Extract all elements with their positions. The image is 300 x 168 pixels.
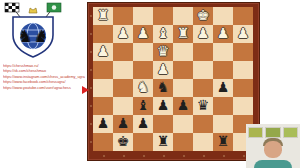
square-b6[interactable] <box>213 97 233 115</box>
square-c7[interactable] <box>193 115 213 133</box>
square-g1[interactable] <box>113 7 133 25</box>
square-g4[interactable] <box>113 61 133 79</box>
white-pawn[interactable]: ♟ <box>113 25 133 42</box>
square-d2[interactable]: ♜ <box>173 25 193 43</box>
square-h8[interactable] <box>93 133 113 151</box>
square-b2[interactable]: ♟ <box>213 25 233 43</box>
square-d7[interactable] <box>173 115 193 133</box>
square-f1[interactable] <box>133 7 153 25</box>
square-d1[interactable] <box>173 7 193 25</box>
square-d3[interactable] <box>173 43 193 61</box>
social-links: https://chesshmao.ru/https://vk.com/ches… <box>3 63 91 91</box>
black-pawn[interactable]: ♟ <box>153 97 173 114</box>
wall-picture <box>265 127 280 138</box>
square-f6[interactable]: ♝ <box>133 97 153 115</box>
white-rook[interactable]: ♜ <box>173 25 193 42</box>
square-e3[interactable]: ♛ <box>153 43 173 61</box>
black-king[interactable]: ♚ <box>113 133 133 150</box>
board-grid: ♜♚♟♟♝♜♟♟♟♟♛♟♞♞♟♝♟♟♛♟♟♟♚♜♜ <box>93 7 253 151</box>
black-bishop[interactable]: ♝ <box>133 97 153 114</box>
square-g3[interactable] <box>113 43 133 61</box>
chess-board: ♜♚♟♟♝♜♟♟♟♟♛♟♞♞♟♝♟♟♛♟♟♟♚♜♜ <box>87 2 260 161</box>
square-f2[interactable]: ♟ <box>133 25 153 43</box>
square-c1[interactable]: ♚ <box>193 7 213 25</box>
square-f3[interactable] <box>133 43 153 61</box>
black-pawn[interactable]: ♟ <box>213 79 233 96</box>
square-h2[interactable] <box>93 25 113 43</box>
rank-coordinates <box>89 7 92 151</box>
square-e1[interactable] <box>153 7 173 25</box>
square-b3[interactable] <box>213 43 233 61</box>
square-b1[interactable] <box>213 7 233 25</box>
white-pawn[interactable]: ♟ <box>153 61 173 78</box>
square-a4[interactable] <box>233 61 253 79</box>
white-pawn[interactable]: ♟ <box>133 25 153 42</box>
white-queen[interactable]: ♛ <box>153 43 173 60</box>
green-flag <box>47 3 61 12</box>
square-c6[interactable]: ♛ <box>193 97 213 115</box>
black-knight-icon: ♞ <box>33 26 48 46</box>
black-rook[interactable]: ♜ <box>213 133 233 150</box>
black-pawn[interactable]: ♟ <box>93 115 113 132</box>
square-b4[interactable] <box>213 61 233 79</box>
red-pointer-icon <box>82 86 89 94</box>
square-b7[interactable] <box>213 115 233 133</box>
square-a5[interactable] <box>233 79 253 97</box>
square-d5[interactable] <box>173 79 193 97</box>
square-d8[interactable] <box>173 133 193 151</box>
square-e8[interactable]: ♜ <box>153 133 173 151</box>
square-a3[interactable] <box>233 43 253 61</box>
square-c3[interactable] <box>193 43 213 61</box>
club-logo: ♞ ♞ <box>3 1 63 61</box>
black-pawn[interactable]: ♟ <box>113 115 133 132</box>
black-knight[interactable]: ♞ <box>153 79 173 96</box>
square-h7[interactable]: ♟ <box>93 115 113 133</box>
square-h1[interactable]: ♜ <box>93 7 113 25</box>
square-g7[interactable]: ♟ <box>113 115 133 133</box>
square-g2[interactable]: ♟ <box>113 25 133 43</box>
white-pawn[interactable]: ♟ <box>233 25 253 42</box>
white-pawn[interactable]: ♟ <box>213 25 233 42</box>
black-knight-icon: ♞ <box>17 26 32 46</box>
webcam-overlay <box>246 124 300 168</box>
square-a1[interactable] <box>233 7 253 25</box>
white-bishop[interactable]: ♝ <box>153 25 173 42</box>
white-rook[interactable]: ♜ <box>93 7 113 24</box>
square-b5[interactable]: ♟ <box>213 79 233 97</box>
square-f8[interactable] <box>133 133 153 151</box>
square-c5[interactable] <box>193 79 213 97</box>
white-pawn[interactable]: ♟ <box>93 43 113 60</box>
square-h4[interactable] <box>93 61 113 79</box>
wall-picture <box>283 127 298 138</box>
wall-picture <box>248 127 263 138</box>
square-c4[interactable] <box>193 61 213 79</box>
presenter-face <box>264 141 282 158</box>
square-g8[interactable]: ♚ <box>113 133 133 151</box>
square-d4[interactable] <box>173 61 193 79</box>
wall-pictures <box>248 127 298 138</box>
black-rook[interactable]: ♜ <box>153 133 173 150</box>
square-e5[interactable]: ♞ <box>153 79 173 97</box>
square-g6[interactable] <box>113 97 133 115</box>
square-d6[interactable]: ♟ <box>173 97 193 115</box>
white-knight[interactable]: ♞ <box>133 79 153 96</box>
square-h3[interactable]: ♟ <box>93 43 113 61</box>
square-f7[interactable]: ♟ <box>133 115 153 133</box>
square-e2[interactable]: ♝ <box>153 25 173 43</box>
file-coordinates <box>94 154 254 158</box>
square-c8[interactable] <box>193 133 213 151</box>
square-f4[interactable] <box>133 61 153 79</box>
crown-icon <box>29 8 37 13</box>
square-e7[interactable] <box>153 115 173 133</box>
square-a6[interactable] <box>233 97 253 115</box>
black-pawn[interactable]: ♟ <box>133 115 153 132</box>
black-pawn[interactable]: ♟ <box>173 97 193 114</box>
square-h6[interactable] <box>93 97 113 115</box>
square-g5[interactable] <box>113 79 133 97</box>
checkered-flag <box>5 3 19 12</box>
square-b8[interactable]: ♜ <box>213 133 233 151</box>
square-e6[interactable]: ♟ <box>153 97 173 115</box>
square-e4[interactable]: ♟ <box>153 61 173 79</box>
link-url: https://www.youtube.com/user/ugrachess <box>3 85 91 91</box>
square-h5[interactable] <box>93 79 113 97</box>
white-pawn[interactable]: ♟ <box>193 25 213 42</box>
presenter-shoulders <box>254 160 292 168</box>
square-a2[interactable]: ♟ <box>233 25 253 43</box>
black-queen[interactable]: ♛ <box>193 97 213 114</box>
square-c2[interactable]: ♟ <box>193 25 213 43</box>
white-king[interactable]: ♚ <box>193 7 213 24</box>
square-f5[interactable]: ♞ <box>133 79 153 97</box>
